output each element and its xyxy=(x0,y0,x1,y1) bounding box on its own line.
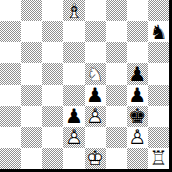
square-c3[interactable] xyxy=(42,106,63,127)
chess-board: ♝♗♞♞♘♟♟♟♟♟♙♚♟♙♟♙♚♔♜♖ xyxy=(0,0,172,172)
square-h7[interactable]: ♞ xyxy=(148,21,169,42)
square-d1[interactable] xyxy=(63,148,84,169)
white-piece-outline: ♗ xyxy=(63,0,84,21)
square-d3[interactable]: ♟ xyxy=(63,106,84,127)
square-g4[interactable]: ♟ xyxy=(127,85,148,106)
white-piece-outline: ♙ xyxy=(63,127,84,148)
square-a2[interactable] xyxy=(0,127,21,148)
square-h6[interactable] xyxy=(148,42,169,63)
square-f8[interactable] xyxy=(106,0,127,21)
square-c5[interactable] xyxy=(42,63,63,84)
chess-diagram: ♝♗♞♞♘♟♟♟♟♟♙♚♟♙♟♙♚♔♜♖ xyxy=(0,0,172,172)
square-h2[interactable] xyxy=(148,127,169,148)
square-g6[interactable] xyxy=(127,42,148,63)
square-h5[interactable] xyxy=(148,63,169,84)
square-b5[interactable] xyxy=(21,63,42,84)
square-e8[interactable] xyxy=(85,0,106,21)
square-a1[interactable] xyxy=(0,148,21,169)
square-e7[interactable] xyxy=(85,21,106,42)
white-piece-outline: ♙ xyxy=(127,127,148,148)
square-f2[interactable] xyxy=(106,127,127,148)
white-piece-outline: ♘ xyxy=(85,63,106,84)
square-b7[interactable] xyxy=(21,21,42,42)
square-h4[interactable] xyxy=(148,85,169,106)
square-b8[interactable] xyxy=(21,0,42,21)
square-b4[interactable] xyxy=(21,85,42,106)
square-c8[interactable] xyxy=(42,0,63,21)
square-e5[interactable]: ♞♘ xyxy=(85,63,106,84)
square-h1[interactable]: ♜♖ xyxy=(148,148,169,169)
white-piece-outline: ♖ xyxy=(148,148,169,169)
white-piece-outline: ♙ xyxy=(85,106,106,127)
square-f6[interactable] xyxy=(106,42,127,63)
square-d5[interactable] xyxy=(63,63,84,84)
square-g3[interactable]: ♚ xyxy=(127,106,148,127)
square-g1[interactable] xyxy=(127,148,148,169)
piece-white-pawn[interactable]: ♟♙ xyxy=(85,106,106,127)
piece-black-knight[interactable]: ♞ xyxy=(148,21,169,42)
piece-white-rook[interactable]: ♜♖ xyxy=(148,148,169,169)
square-e1[interactable]: ♚♔ xyxy=(85,148,106,169)
square-h8[interactable] xyxy=(148,0,169,21)
square-h3[interactable] xyxy=(148,106,169,127)
piece-black-pawn[interactable]: ♟ xyxy=(127,85,148,106)
square-c4[interactable] xyxy=(42,85,63,106)
square-g2[interactable]: ♟♙ xyxy=(127,127,148,148)
piece-white-pawn[interactable]: ♟♙ xyxy=(63,127,84,148)
square-d4[interactable] xyxy=(63,85,84,106)
square-c6[interactable] xyxy=(42,42,63,63)
square-f5[interactable] xyxy=(106,63,127,84)
piece-black-pawn[interactable]: ♟ xyxy=(63,106,84,127)
black-piece-glyph: ♞ xyxy=(148,21,169,42)
square-c2[interactable] xyxy=(42,127,63,148)
square-a6[interactable] xyxy=(0,42,21,63)
piece-white-knight[interactable]: ♞♘ xyxy=(85,63,106,84)
square-d6[interactable] xyxy=(63,42,84,63)
piece-black-pawn[interactable]: ♟ xyxy=(127,63,148,84)
square-a3[interactable] xyxy=(0,106,21,127)
square-f1[interactable] xyxy=(106,148,127,169)
piece-black-king[interactable]: ♚ xyxy=(127,106,148,127)
square-g7[interactable] xyxy=(127,21,148,42)
black-piece-glyph: ♟ xyxy=(127,63,148,84)
square-b6[interactable] xyxy=(21,42,42,63)
square-e2[interactable] xyxy=(85,127,106,148)
black-piece-glyph: ♟ xyxy=(85,85,106,106)
square-a7[interactable] xyxy=(0,21,21,42)
piece-white-pawn[interactable]: ♟♙ xyxy=(127,127,148,148)
square-g5[interactable]: ♟ xyxy=(127,63,148,84)
square-d8[interactable]: ♝♗ xyxy=(63,0,84,21)
square-b1[interactable] xyxy=(21,148,42,169)
square-a8[interactable] xyxy=(0,0,21,21)
piece-black-pawn[interactable]: ♟ xyxy=(85,85,106,106)
square-e6[interactable] xyxy=(85,42,106,63)
square-b3[interactable] xyxy=(21,106,42,127)
square-d7[interactable] xyxy=(63,21,84,42)
square-c1[interactable] xyxy=(42,148,63,169)
black-piece-glyph: ♟ xyxy=(127,85,148,106)
square-g8[interactable] xyxy=(127,0,148,21)
white-piece-outline: ♔ xyxy=(85,148,106,169)
square-e3[interactable]: ♟♙ xyxy=(85,106,106,127)
square-b2[interactable] xyxy=(21,127,42,148)
piece-white-king[interactable]: ♚♔ xyxy=(85,148,106,169)
square-f7[interactable] xyxy=(106,21,127,42)
square-d2[interactable]: ♟♙ xyxy=(63,127,84,148)
square-c7[interactable] xyxy=(42,21,63,42)
square-a4[interactable] xyxy=(0,85,21,106)
square-a5[interactable] xyxy=(0,63,21,84)
square-e4[interactable]: ♟ xyxy=(85,85,106,106)
black-piece-glyph: ♟ xyxy=(63,106,84,127)
piece-white-bishop[interactable]: ♝♗ xyxy=(63,0,84,21)
square-f4[interactable] xyxy=(106,85,127,106)
square-f3[interactable] xyxy=(106,106,127,127)
black-piece-glyph: ♚ xyxy=(127,106,148,127)
